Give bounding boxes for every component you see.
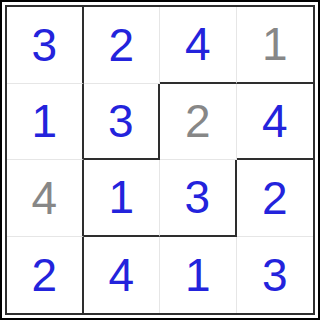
cell-r2c0[interactable]: 4 xyxy=(7,160,84,237)
cell-r3c1[interactable]: 4 xyxy=(84,237,161,314)
cell-r0c0[interactable]: 3 xyxy=(7,7,84,84)
cell-r0c1[interactable]: 2 xyxy=(84,7,161,84)
cell-r1c3[interactable]: 4 xyxy=(237,84,314,161)
sudoku-board: 3241132441322413 xyxy=(5,5,315,315)
cell-r3c3[interactable]: 3 xyxy=(237,237,314,314)
cell-r3c0[interactable]: 2 xyxy=(7,237,84,314)
cell-r2c2[interactable]: 3 xyxy=(160,160,237,237)
cell-r1c1[interactable]: 3 xyxy=(84,84,161,161)
cell-r1c0[interactable]: 1 xyxy=(7,84,84,161)
cell-r3c2[interactable]: 1 xyxy=(160,237,237,314)
cell-r0c2[interactable]: 4 xyxy=(160,7,237,84)
screenshot-stage: 3241132441322413 xyxy=(0,0,320,320)
cell-r1c2[interactable]: 2 xyxy=(160,84,237,161)
cell-r2c3[interactable]: 2 xyxy=(237,160,314,237)
cell-r0c3[interactable]: 1 xyxy=(237,7,314,84)
cell-r2c1[interactable]: 1 xyxy=(84,160,161,237)
